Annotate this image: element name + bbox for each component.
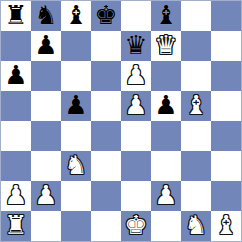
piece-black-pawn[interactable]: ♟ [154, 91, 177, 120]
square-c8[interactable]: ♝ [61, 1, 91, 31]
piece-white-bishop[interactable]: ♝ [184, 91, 207, 120]
piece-white-pawn[interactable]: ♟ [4, 181, 27, 210]
square-a7[interactable] [1, 31, 31, 61]
square-d2[interactable] [91, 181, 121, 211]
piece-white-pawn[interactable]: ♟ [124, 61, 147, 90]
piece-white-king[interactable]: ♚ [124, 211, 147, 240]
piece-white-pawn[interactable]: ♟ [124, 91, 147, 120]
piece-black-knight[interactable]: ♞ [34, 1, 57, 30]
square-e8[interactable] [121, 1, 151, 31]
square-g1[interactable]: ♞ [181, 211, 211, 241]
square-b8[interactable]: ♞ [31, 1, 61, 31]
square-c5[interactable]: ♟ [61, 91, 91, 121]
square-g2[interactable] [181, 181, 211, 211]
square-a4[interactable] [1, 121, 31, 151]
piece-white-knight[interactable]: ♞ [64, 151, 87, 180]
square-g3[interactable] [181, 151, 211, 181]
square-a2[interactable]: ♟ [1, 181, 31, 211]
square-a8[interactable]: ♜ [1, 1, 31, 31]
square-d3[interactable] [91, 151, 121, 181]
square-d1[interactable] [91, 211, 121, 241]
piece-white-knight[interactable]: ♞ [184, 211, 207, 240]
square-e2[interactable] [121, 181, 151, 211]
square-c4[interactable] [61, 121, 91, 151]
square-c1[interactable] [61, 211, 91, 241]
square-h8[interactable] [211, 1, 241, 31]
square-a5[interactable] [1, 91, 31, 121]
square-h6[interactable] [211, 61, 241, 91]
square-g7[interactable] [181, 31, 211, 61]
square-f7[interactable]: ♛ [151, 31, 181, 61]
square-b2[interactable]: ♟ [31, 181, 61, 211]
square-f5[interactable]: ♟ [151, 91, 181, 121]
square-c2[interactable] [61, 181, 91, 211]
square-h1[interactable]: ♝ [211, 211, 241, 241]
square-f8[interactable]: ♝ [151, 1, 181, 31]
piece-black-pawn[interactable]: ♟ [34, 31, 57, 60]
square-h4[interactable] [211, 121, 241, 151]
piece-white-pawn[interactable]: ♟ [154, 181, 177, 210]
square-f1[interactable] [151, 211, 181, 241]
piece-black-queen[interactable]: ♛ [124, 31, 147, 60]
square-b7[interactable]: ♟ [31, 31, 61, 61]
square-g8[interactable] [181, 1, 211, 31]
square-d4[interactable] [91, 121, 121, 151]
square-e4[interactable] [121, 121, 151, 151]
square-f3[interactable] [151, 151, 181, 181]
piece-white-rook[interactable]: ♜ [4, 211, 27, 240]
square-e3[interactable] [121, 151, 151, 181]
piece-black-pawn[interactable]: ♟ [64, 91, 87, 120]
square-e6[interactable]: ♟ [121, 61, 151, 91]
chess-board-wrapper: ♜♞♝♚♝♟♛♛♟♟♟♟♟♝♞♟♟♟♜♚♞♝ [0, 0, 242, 242]
square-d5[interactable] [91, 91, 121, 121]
chess-board: ♜♞♝♚♝♟♛♛♟♟♟♟♟♝♞♟♟♟♜♚♞♝ [0, 0, 242, 242]
square-g6[interactable] [181, 61, 211, 91]
square-a6[interactable]: ♟ [1, 61, 31, 91]
piece-black-rook[interactable]: ♜ [4, 1, 27, 30]
square-c6[interactable] [61, 61, 91, 91]
square-h7[interactable] [211, 31, 241, 61]
square-h2[interactable] [211, 181, 241, 211]
square-h3[interactable] [211, 151, 241, 181]
square-a3[interactable] [1, 151, 31, 181]
square-b5[interactable] [31, 91, 61, 121]
piece-white-bishop[interactable]: ♝ [214, 211, 237, 240]
square-g5[interactable]: ♝ [181, 91, 211, 121]
square-g4[interactable] [181, 121, 211, 151]
square-f4[interactable] [151, 121, 181, 151]
square-f6[interactable] [151, 61, 181, 91]
square-b6[interactable] [31, 61, 61, 91]
square-e1[interactable]: ♚ [121, 211, 151, 241]
piece-white-pawn[interactable]: ♟ [34, 181, 57, 210]
square-b1[interactable] [31, 211, 61, 241]
square-c3[interactable]: ♞ [61, 151, 91, 181]
square-a1[interactable]: ♜ [1, 211, 31, 241]
piece-black-king[interactable]: ♚ [94, 1, 117, 30]
square-f2[interactable]: ♟ [151, 181, 181, 211]
square-b4[interactable] [31, 121, 61, 151]
piece-black-bishop[interactable]: ♝ [64, 1, 87, 30]
square-d8[interactable]: ♚ [91, 1, 121, 31]
square-e5[interactable]: ♟ [121, 91, 151, 121]
piece-white-queen[interactable]: ♛ [154, 31, 177, 60]
square-h5[interactable] [211, 91, 241, 121]
piece-black-pawn[interactable]: ♟ [4, 61, 27, 90]
piece-black-bishop[interactable]: ♝ [154, 1, 177, 30]
square-e7[interactable]: ♛ [121, 31, 151, 61]
square-d6[interactable] [91, 61, 121, 91]
square-b3[interactable] [31, 151, 61, 181]
square-d7[interactable] [91, 31, 121, 61]
square-c7[interactable] [61, 31, 91, 61]
